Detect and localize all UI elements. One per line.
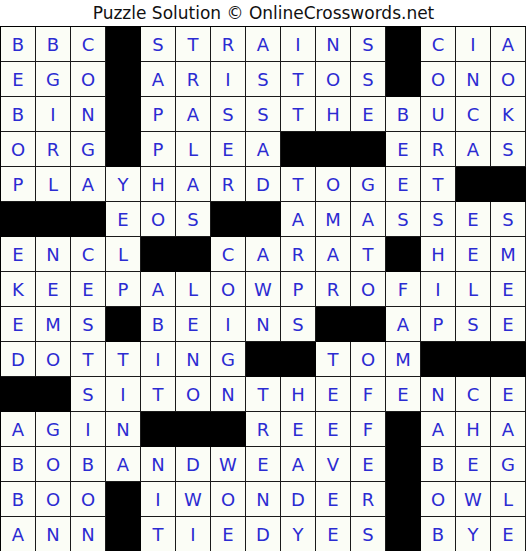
- letter-cell-r4c13: R: [421, 132, 456, 167]
- black-cell-r1c12: [386, 27, 421, 62]
- letter-cell-r14c15: L: [491, 482, 526, 517]
- puzzle-solution-page: Puzzle Solution © OnlineCrosswords.net B…: [0, 0, 526, 551]
- letter-cell-r3c10: H: [316, 97, 351, 132]
- letter-cell-r15c6: I: [176, 517, 211, 551]
- letter-cell-r1c3: C: [71, 27, 106, 62]
- black-cell-r10c15: [491, 342, 526, 377]
- black-cell-r6c7: [211, 202, 246, 237]
- letter-cell-r5c13: T: [421, 167, 456, 202]
- letter-cell-r13c8: E: [246, 447, 281, 482]
- letter-cell-r7c3: C: [71, 237, 106, 272]
- letter-cell-r7c14: E: [456, 237, 491, 272]
- letter-cell-r9c12: A: [386, 307, 421, 342]
- letter-cell-r7c13: H: [421, 237, 456, 272]
- letter-cell-r8c13: I: [421, 272, 456, 307]
- letter-cell-r11c7: N: [211, 377, 246, 412]
- letter-cell-r4c6: L: [176, 132, 211, 167]
- letter-cell-r6c5: O: [141, 202, 176, 237]
- letter-cell-r5c3: A: [71, 167, 106, 202]
- letter-cell-r3c15: K: [491, 97, 526, 132]
- letter-cell-r4c3: G: [71, 132, 106, 167]
- black-cell-r10c8: [246, 342, 281, 377]
- letter-cell-r8c4: P: [106, 272, 141, 307]
- letter-cell-r1c6: T: [176, 27, 211, 62]
- letter-cell-r13c15: G: [491, 447, 526, 482]
- letter-cell-r12c9: E: [281, 412, 316, 447]
- black-cell-r2c12: [386, 62, 421, 97]
- letter-cell-r9c3: S: [71, 307, 106, 342]
- letter-cell-r6c15: S: [491, 202, 526, 237]
- letter-cell-r3c12: B: [386, 97, 421, 132]
- letter-cell-r13c13: B: [421, 447, 456, 482]
- letter-cell-r7c8: A: [246, 237, 281, 272]
- black-cell-r11c2: [36, 377, 71, 412]
- letter-cell-r14c2: O: [36, 482, 71, 517]
- letter-cell-r3c1: B: [1, 97, 36, 132]
- letter-cell-r11c6: O: [176, 377, 211, 412]
- letter-cell-r14c1: B: [1, 482, 36, 517]
- letter-cell-r14c14: W: [456, 482, 491, 517]
- letter-cell-r2c14: N: [456, 62, 491, 97]
- letter-cell-r7c15: M: [491, 237, 526, 272]
- letter-cell-r8c10: R: [316, 272, 351, 307]
- letter-cell-r3c5: P: [141, 97, 176, 132]
- crossword-grid: BBCSTRAINSCIAEGOARISTOSONOBINPASSTHEBUCK…: [0, 26, 526, 551]
- letter-cell-r15c14: Y: [456, 517, 491, 551]
- letter-cell-r15c13: B: [421, 517, 456, 551]
- letter-cell-r8c2: E: [36, 272, 71, 307]
- black-cell-r6c2: [36, 202, 71, 237]
- letter-cell-r10c7: G: [211, 342, 246, 377]
- letter-cell-r5c8: D: [246, 167, 281, 202]
- letter-cell-r4c5: P: [141, 132, 176, 167]
- letter-cell-r7c11: T: [351, 237, 386, 272]
- page-title: Puzzle Solution © OnlineCrosswords.net: [0, 0, 526, 26]
- letter-cell-r2c15: O: [491, 62, 526, 97]
- letter-cell-r11c13: N: [421, 377, 456, 412]
- letter-cell-r3c2: I: [36, 97, 71, 132]
- letter-cell-r10c1: D: [1, 342, 36, 377]
- letter-cell-r5c12: E: [386, 167, 421, 202]
- black-cell-r12c7: [211, 412, 246, 447]
- letter-cell-r5c6: A: [176, 167, 211, 202]
- letter-cell-r11c11: F: [351, 377, 386, 412]
- letter-cell-r8c7: O: [211, 272, 246, 307]
- letter-cell-r8c8: W: [246, 272, 281, 307]
- letter-cell-r12c3: I: [71, 412, 106, 447]
- letter-cell-r15c7: E: [211, 517, 246, 551]
- black-cell-r14c4: [106, 482, 141, 517]
- letter-cell-r9c14: S: [456, 307, 491, 342]
- letter-cell-r1c9: I: [281, 27, 316, 62]
- letter-cell-r14c9: D: [281, 482, 316, 517]
- letter-cell-r12c14: H: [456, 412, 491, 447]
- letter-cell-r4c8: A: [246, 132, 281, 167]
- letter-cell-r8c15: E: [491, 272, 526, 307]
- letter-cell-r1c5: S: [141, 27, 176, 62]
- letter-cell-r8c1: K: [1, 272, 36, 307]
- letter-cell-r13c3: B: [71, 447, 106, 482]
- black-cell-r9c10: [316, 307, 351, 342]
- letter-cell-r15c10: E: [316, 517, 351, 551]
- letter-cell-r15c11: S: [351, 517, 386, 551]
- letter-cell-r1c7: R: [211, 27, 246, 62]
- black-cell-r13c12: [386, 447, 421, 482]
- letter-cell-r4c15: S: [491, 132, 526, 167]
- letter-cell-r11c10: E: [316, 377, 351, 412]
- letter-cell-r11c15: E: [491, 377, 526, 412]
- letter-cell-r14c13: O: [421, 482, 456, 517]
- letter-cell-r8c14: L: [456, 272, 491, 307]
- letter-cell-r7c2: N: [36, 237, 71, 272]
- letter-cell-r15c9: Y: [281, 517, 316, 551]
- letter-cell-r13c10: V: [316, 447, 351, 482]
- letter-cell-r1c10: N: [316, 27, 351, 62]
- letter-cell-r7c1: E: [1, 237, 36, 272]
- letter-cell-r8c6: L: [176, 272, 211, 307]
- black-cell-r12c5: [141, 412, 176, 447]
- letter-cell-r1c13: C: [421, 27, 456, 62]
- letter-cell-r13c11: E: [351, 447, 386, 482]
- letter-cell-r11c3: S: [71, 377, 106, 412]
- black-cell-r9c11: [351, 307, 386, 342]
- letter-cell-r1c14: I: [456, 27, 491, 62]
- black-cell-r1c4: [106, 27, 141, 62]
- letter-cell-r2c1: E: [1, 62, 36, 97]
- black-cell-r12c6: [176, 412, 211, 447]
- letter-cell-r7c7: C: [211, 237, 246, 272]
- letter-cell-r15c3: N: [71, 517, 106, 551]
- letter-cell-r1c8: A: [246, 27, 281, 62]
- black-cell-r12c12: [386, 412, 421, 447]
- letter-cell-r15c1: A: [1, 517, 36, 551]
- letter-cell-r5c11: G: [351, 167, 386, 202]
- letter-cell-r5c2: L: [36, 167, 71, 202]
- black-cell-r9c4: [106, 307, 141, 342]
- letter-cell-r8c3: E: [71, 272, 106, 307]
- letter-cell-r12c1: A: [1, 412, 36, 447]
- letter-cell-r5c4: Y: [106, 167, 141, 202]
- black-cell-r6c3: [71, 202, 106, 237]
- black-cell-r15c12: [386, 517, 421, 551]
- letter-cell-r12c13: A: [421, 412, 456, 447]
- letter-cell-r14c8: N: [246, 482, 281, 517]
- letter-cell-r9c9: S: [281, 307, 316, 342]
- letter-cell-r2c3: O: [71, 62, 106, 97]
- letter-cell-r6c13: S: [421, 202, 456, 237]
- letter-cell-r4c14: A: [456, 132, 491, 167]
- letter-cell-r14c7: O: [211, 482, 246, 517]
- letter-cell-r6c4: E: [106, 202, 141, 237]
- letter-cell-r12c10: E: [316, 412, 351, 447]
- letter-cell-r14c5: I: [141, 482, 176, 517]
- letter-cell-r12c2: G: [36, 412, 71, 447]
- letter-cell-r14c10: E: [316, 482, 351, 517]
- letter-cell-r5c5: H: [141, 167, 176, 202]
- letter-cell-r5c7: R: [211, 167, 246, 202]
- letter-cell-r12c15: A: [491, 412, 526, 447]
- black-cell-r10c14: [456, 342, 491, 377]
- letter-cell-r5c1: P: [1, 167, 36, 202]
- letter-cell-r11c14: C: [456, 377, 491, 412]
- letter-cell-r14c11: R: [351, 482, 386, 517]
- black-cell-r4c9: [281, 132, 316, 167]
- letter-cell-r6c9: A: [281, 202, 316, 237]
- letter-cell-r3c11: E: [351, 97, 386, 132]
- letter-cell-r6c11: A: [351, 202, 386, 237]
- letter-cell-r9c8: N: [246, 307, 281, 342]
- letter-cell-r13c5: N: [141, 447, 176, 482]
- black-cell-r15c4: [106, 517, 141, 551]
- letter-cell-r15c8: D: [246, 517, 281, 551]
- letter-cell-r9c5: B: [141, 307, 176, 342]
- letter-cell-r15c5: T: [141, 517, 176, 551]
- black-cell-r7c6: [176, 237, 211, 272]
- letter-cell-r12c4: N: [106, 412, 141, 447]
- black-cell-r4c10: [316, 132, 351, 167]
- letter-cell-r9c1: E: [1, 307, 36, 342]
- letter-cell-r6c12: S: [386, 202, 421, 237]
- letter-cell-r9c15: E: [491, 307, 526, 342]
- letter-cell-r5c10: O: [316, 167, 351, 202]
- letter-cell-r13c7: W: [211, 447, 246, 482]
- black-cell-r11c1: [1, 377, 36, 412]
- letter-cell-r7c10: A: [316, 237, 351, 272]
- letter-cell-r2c5: A: [141, 62, 176, 97]
- letter-cell-r13c14: E: [456, 447, 491, 482]
- letter-cell-r3c14: C: [456, 97, 491, 132]
- letter-cell-r3c7: S: [211, 97, 246, 132]
- black-cell-r10c9: [281, 342, 316, 377]
- letter-cell-r14c3: O: [71, 482, 106, 517]
- letter-cell-r13c1: B: [1, 447, 36, 482]
- black-cell-r4c4: [106, 132, 141, 167]
- black-cell-r6c1: [1, 202, 36, 237]
- letter-cell-r5c9: T: [281, 167, 316, 202]
- letter-cell-r11c5: T: [141, 377, 176, 412]
- letter-cell-r2c8: S: [246, 62, 281, 97]
- letter-cell-r4c1: O: [1, 132, 36, 167]
- letter-cell-r6c10: M: [316, 202, 351, 237]
- letter-cell-r11c4: I: [106, 377, 141, 412]
- letter-cell-r13c2: O: [36, 447, 71, 482]
- black-cell-r14c12: [386, 482, 421, 517]
- letter-cell-r1c2: B: [36, 27, 71, 62]
- letter-cell-r10c10: T: [316, 342, 351, 377]
- letter-cell-r13c9: A: [281, 447, 316, 482]
- letter-cell-r3c6: A: [176, 97, 211, 132]
- letter-cell-r3c9: T: [281, 97, 316, 132]
- letter-cell-r9c7: I: [211, 307, 246, 342]
- letter-cell-r10c3: T: [71, 342, 106, 377]
- letter-cell-r10c11: O: [351, 342, 386, 377]
- black-cell-r4c11: [351, 132, 386, 167]
- letter-cell-r8c9: P: [281, 272, 316, 307]
- letter-cell-r1c1: B: [1, 27, 36, 62]
- letter-cell-r9c13: P: [421, 307, 456, 342]
- black-cell-r2c4: [106, 62, 141, 97]
- letter-cell-r15c2: N: [36, 517, 71, 551]
- black-cell-r7c5: [141, 237, 176, 272]
- letter-cell-r14c6: W: [176, 482, 211, 517]
- letter-cell-r3c8: S: [246, 97, 281, 132]
- black-cell-r5c14: [456, 167, 491, 202]
- letter-cell-r11c9: H: [281, 377, 316, 412]
- letter-cell-r7c9: R: [281, 237, 316, 272]
- letter-cell-r4c12: E: [386, 132, 421, 167]
- black-cell-r6c8: [246, 202, 281, 237]
- letter-cell-r8c5: A: [141, 272, 176, 307]
- letter-cell-r10c6: N: [176, 342, 211, 377]
- letter-cell-r2c9: T: [281, 62, 316, 97]
- letter-cell-r9c6: E: [176, 307, 211, 342]
- black-cell-r7c12: [386, 237, 421, 272]
- letter-cell-r3c13: U: [421, 97, 456, 132]
- letter-cell-r4c2: R: [36, 132, 71, 167]
- letter-cell-r10c4: T: [106, 342, 141, 377]
- black-cell-r3c4: [106, 97, 141, 132]
- letter-cell-r13c6: D: [176, 447, 211, 482]
- letter-cell-r7c4: L: [106, 237, 141, 272]
- letter-cell-r2c13: O: [421, 62, 456, 97]
- black-cell-r10c13: [421, 342, 456, 377]
- letter-cell-r11c12: E: [386, 377, 421, 412]
- letter-cell-r1c15: A: [491, 27, 526, 62]
- letter-cell-r2c2: G: [36, 62, 71, 97]
- letter-cell-r9c2: M: [36, 307, 71, 342]
- letter-cell-r12c8: R: [246, 412, 281, 447]
- letter-cell-r1c11: S: [351, 27, 386, 62]
- letter-cell-r11c8: T: [246, 377, 281, 412]
- letter-cell-r4c7: E: [211, 132, 246, 167]
- letter-cell-r2c10: O: [316, 62, 351, 97]
- letter-cell-r8c12: F: [386, 272, 421, 307]
- letter-cell-r13c4: A: [106, 447, 141, 482]
- letter-cell-r10c5: I: [141, 342, 176, 377]
- letter-cell-r10c12: M: [386, 342, 421, 377]
- letter-cell-r10c2: O: [36, 342, 71, 377]
- letter-cell-r15c15: E: [491, 517, 526, 551]
- letter-cell-r2c6: R: [176, 62, 211, 97]
- letter-cell-r8c11: O: [351, 272, 386, 307]
- letter-cell-r2c7: I: [211, 62, 246, 97]
- black-cell-r5c15: [491, 167, 526, 202]
- letter-cell-r3c3: N: [71, 97, 106, 132]
- letter-cell-r6c14: E: [456, 202, 491, 237]
- letter-cell-r12c11: F: [351, 412, 386, 447]
- letter-cell-r2c11: S: [351, 62, 386, 97]
- letter-cell-r6c6: S: [176, 202, 211, 237]
